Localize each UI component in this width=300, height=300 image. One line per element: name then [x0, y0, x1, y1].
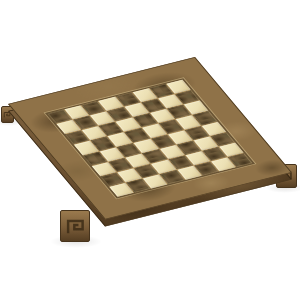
chess-board: [8, 57, 292, 220]
chessboard-product-photo: [0, 0, 300, 300]
playing-grid: [45, 78, 255, 198]
board-foot-icon: [60, 210, 90, 242]
